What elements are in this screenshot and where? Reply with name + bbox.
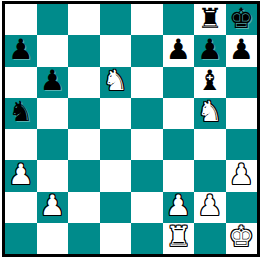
square-d6[interactable]: ♞	[100, 67, 132, 98]
square-c4[interactable]	[68, 129, 100, 160]
square-d7[interactable]	[100, 35, 132, 66]
square-a1[interactable]	[5, 223, 37, 254]
square-g2[interactable]: ♟	[194, 192, 226, 223]
square-h7[interactable]: ♟	[226, 35, 258, 66]
square-b5[interactable]	[37, 98, 69, 129]
square-e8[interactable]	[131, 4, 163, 35]
square-b1[interactable]	[37, 223, 69, 254]
white-pawn[interactable]: ♟	[8, 161, 33, 189]
square-d1[interactable]	[100, 223, 132, 254]
square-a6[interactable]	[5, 67, 37, 98]
square-a4[interactable]	[5, 129, 37, 160]
board-frame: ♜♚♟♟♟♟♟♞♝♞♞♟♟♟♟♟♜♚	[2, 1, 260, 257]
square-g4[interactable]	[194, 129, 226, 160]
white-pawn[interactable]: ♟	[40, 192, 65, 220]
black-pawn[interactable]: ♟	[197, 36, 222, 64]
square-c6[interactable]	[68, 67, 100, 98]
square-g3[interactable]	[194, 160, 226, 191]
square-a3[interactable]: ♟	[5, 160, 37, 191]
black-king[interactable]: ♚	[229, 5, 254, 33]
white-king[interactable]: ♚	[229, 223, 254, 251]
square-c3[interactable]	[68, 160, 100, 191]
square-a2[interactable]	[5, 192, 37, 223]
square-g5[interactable]: ♞	[194, 98, 226, 129]
white-pawn[interactable]: ♟	[166, 192, 191, 220]
square-e7[interactable]	[131, 35, 163, 66]
square-h6[interactable]	[226, 67, 258, 98]
black-bishop[interactable]: ♝	[197, 67, 222, 95]
black-pawn[interactable]: ♟	[229, 36, 254, 64]
chess-board: ♜♚♟♟♟♟♟♞♝♞♞♟♟♟♟♟♜♚	[5, 4, 257, 254]
square-g6[interactable]: ♝	[194, 67, 226, 98]
chess-app-window: ♜♚♟♟♟♟♟♞♝♞♞♟♟♟♟♟♜♚	[0, 0, 262, 260]
white-knight[interactable]: ♞	[103, 67, 128, 95]
square-e2[interactable]	[131, 192, 163, 223]
white-pawn[interactable]: ♟	[229, 161, 254, 189]
square-c7[interactable]	[68, 35, 100, 66]
square-a8[interactable]	[5, 4, 37, 35]
square-b6[interactable]: ♟	[37, 67, 69, 98]
square-f4[interactable]	[163, 129, 195, 160]
square-e6[interactable]	[131, 67, 163, 98]
square-h3[interactable]: ♟	[226, 160, 258, 191]
square-f1[interactable]: ♜	[163, 223, 195, 254]
black-pawn[interactable]: ♟	[40, 67, 65, 95]
square-h8[interactable]: ♚	[226, 4, 258, 35]
square-d3[interactable]	[100, 160, 132, 191]
black-pawn[interactable]: ♟	[8, 36, 33, 64]
square-c5[interactable]	[68, 98, 100, 129]
square-a7[interactable]: ♟	[5, 35, 37, 66]
square-f6[interactable]	[163, 67, 195, 98]
square-f8[interactable]	[163, 4, 195, 35]
square-b8[interactable]	[37, 4, 69, 35]
square-h4[interactable]	[226, 129, 258, 160]
black-pawn[interactable]: ♟	[166, 36, 191, 64]
square-c2[interactable]	[68, 192, 100, 223]
white-rook[interactable]: ♜	[166, 223, 191, 251]
square-g7[interactable]: ♟	[194, 35, 226, 66]
square-h2[interactable]	[226, 192, 258, 223]
square-b7[interactable]	[37, 35, 69, 66]
black-rook[interactable]: ♜	[197, 5, 222, 33]
square-a5[interactable]: ♞	[5, 98, 37, 129]
square-h5[interactable]	[226, 98, 258, 129]
square-b2[interactable]: ♟	[37, 192, 69, 223]
square-b4[interactable]	[37, 129, 69, 160]
square-e4[interactable]	[131, 129, 163, 160]
square-f5[interactable]	[163, 98, 195, 129]
square-e1[interactable]	[131, 223, 163, 254]
square-d2[interactable]	[100, 192, 132, 223]
square-d4[interactable]	[100, 129, 132, 160]
square-f2[interactable]: ♟	[163, 192, 195, 223]
square-g1[interactable]	[194, 223, 226, 254]
square-f3[interactable]	[163, 160, 195, 191]
black-knight[interactable]: ♞	[8, 98, 33, 126]
square-e3[interactable]	[131, 160, 163, 191]
square-f7[interactable]: ♟	[163, 35, 195, 66]
square-c8[interactable]	[68, 4, 100, 35]
square-h1[interactable]: ♚	[226, 223, 258, 254]
square-c1[interactable]	[68, 223, 100, 254]
white-pawn[interactable]: ♟	[197, 192, 222, 220]
white-knight[interactable]: ♞	[197, 98, 222, 126]
square-e5[interactable]	[131, 98, 163, 129]
square-d5[interactable]	[100, 98, 132, 129]
square-b3[interactable]	[37, 160, 69, 191]
square-g8[interactable]: ♜	[194, 4, 226, 35]
square-d8[interactable]	[100, 4, 132, 35]
